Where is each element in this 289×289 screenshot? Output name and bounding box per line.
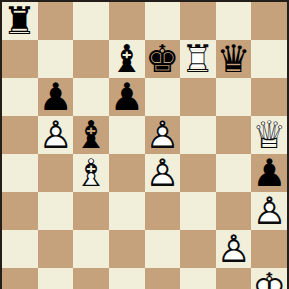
square-f2[interactable]: [180, 230, 216, 268]
square-f1[interactable]: [180, 268, 216, 289]
square-g7[interactable]: ♛: [216, 40, 252, 78]
square-f3[interactable]: [180, 192, 216, 230]
black-king-piece: ♚: [145, 40, 179, 78]
black-pawn-piece: ♟: [252, 154, 286, 192]
square-g2[interactable]: ♟♙: [216, 230, 252, 268]
square-c5[interactable]: ♝: [73, 116, 109, 154]
square-a7[interactable]: [2, 40, 38, 78]
square-g6[interactable]: [216, 78, 252, 116]
black-bishop-piece: ♝: [110, 40, 144, 78]
square-b5[interactable]: ♟♙: [38, 116, 74, 154]
square-b2[interactable]: [38, 230, 74, 268]
square-e2[interactable]: [145, 230, 181, 268]
square-a2[interactable]: [2, 230, 38, 268]
chess-board: ♜♝♚♜♖♛♟♟♟♙♝♟♙♛♕♝♗♟♙♟♟♙♟♙♚♔: [0, 0, 289, 289]
white-pawn-piece: ♟♙: [38, 116, 72, 154]
square-c1[interactable]: [73, 268, 109, 289]
square-b7[interactable]: [38, 40, 74, 78]
square-c6[interactable]: [73, 78, 109, 116]
square-g8[interactable]: [216, 2, 252, 40]
square-e7[interactable]: ♚: [145, 40, 181, 78]
square-h7[interactable]: [251, 40, 287, 78]
white-pawn-piece: ♟♙: [145, 116, 179, 154]
white-rook-piece: ♜♖: [181, 40, 215, 78]
square-h1[interactable]: ♚♔: [251, 268, 287, 289]
square-h2[interactable]: [251, 230, 287, 268]
black-bishop-piece: ♝: [74, 116, 108, 154]
black-pawn-piece: ♟: [38, 78, 72, 116]
square-f6[interactable]: [180, 78, 216, 116]
square-b8[interactable]: [38, 2, 74, 40]
white-pawn-piece: ♟♙: [217, 230, 251, 268]
square-h8[interactable]: [251, 2, 287, 40]
white-bishop-piece: ♝♗: [74, 154, 108, 192]
square-h4[interactable]: ♟: [251, 154, 287, 192]
black-rook-piece: ♜: [3, 2, 37, 40]
square-a1[interactable]: [2, 268, 38, 289]
square-b3[interactable]: [38, 192, 74, 230]
square-a5[interactable]: [2, 116, 38, 154]
square-g1[interactable]: [216, 268, 252, 289]
white-pawn-piece: ♟♙: [252, 192, 286, 230]
square-f4[interactable]: [180, 154, 216, 192]
square-h6[interactable]: [251, 78, 287, 116]
square-e8[interactable]: [145, 2, 181, 40]
square-c7[interactable]: [73, 40, 109, 78]
square-h3[interactable]: ♟♙: [251, 192, 287, 230]
square-d5[interactable]: [109, 116, 145, 154]
black-queen-piece: ♛: [217, 40, 251, 78]
square-d4[interactable]: [109, 154, 145, 192]
square-c3[interactable]: [73, 192, 109, 230]
square-b4[interactable]: [38, 154, 74, 192]
square-a4[interactable]: [2, 154, 38, 192]
square-g3[interactable]: [216, 192, 252, 230]
square-d7[interactable]: ♝: [109, 40, 145, 78]
square-g4[interactable]: [216, 154, 252, 192]
white-pawn-piece: ♟♙: [145, 154, 179, 192]
square-d3[interactable]: [109, 192, 145, 230]
square-d1[interactable]: [109, 268, 145, 289]
square-b6[interactable]: ♟: [38, 78, 74, 116]
square-e1[interactable]: [145, 268, 181, 289]
white-king-piece: ♚♔: [252, 268, 286, 289]
square-a8[interactable]: ♜: [2, 2, 38, 40]
square-c8[interactable]: [73, 2, 109, 40]
square-b1[interactable]: [38, 268, 74, 289]
square-f7[interactable]: ♜♖: [180, 40, 216, 78]
square-c2[interactable]: [73, 230, 109, 268]
square-g5[interactable]: [216, 116, 252, 154]
square-e5[interactable]: ♟♙: [145, 116, 181, 154]
black-pawn-piece: ♟: [110, 78, 144, 116]
square-e4[interactable]: ♟♙: [145, 154, 181, 192]
square-a6[interactable]: [2, 78, 38, 116]
square-e6[interactable]: [145, 78, 181, 116]
square-d6[interactable]: ♟: [109, 78, 145, 116]
square-a3[interactable]: [2, 192, 38, 230]
square-c4[interactable]: ♝♗: [73, 154, 109, 192]
square-e3[interactable]: [145, 192, 181, 230]
square-f5[interactable]: [180, 116, 216, 154]
white-queen-piece: ♛♕: [252, 116, 286, 154]
square-d2[interactable]: [109, 230, 145, 268]
square-d8[interactable]: [109, 2, 145, 40]
square-f8[interactable]: [180, 2, 216, 40]
square-h5[interactable]: ♛♕: [251, 116, 287, 154]
